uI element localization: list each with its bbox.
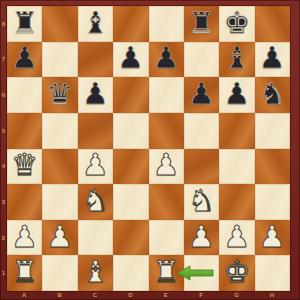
square-e2[interactable] [149, 220, 184, 256]
square-g4[interactable] [219, 149, 254, 185]
square-a6[interactable] [7, 77, 42, 113]
square-a1[interactable]: ♜ [7, 255, 42, 291]
rank-label-8: 8 [0, 21, 7, 27]
square-e3[interactable] [149, 184, 184, 220]
square-d4[interactable] [113, 149, 148, 185]
white-rook[interactable]: ♜ [11, 257, 38, 287]
square-b5[interactable] [42, 113, 77, 149]
square-d2[interactable] [113, 220, 148, 256]
square-g3[interactable] [219, 184, 254, 220]
square-e8[interactable] [149, 6, 184, 42]
rank-label-2: 2 [0, 235, 7, 241]
file-label-h: H [255, 292, 290, 299]
square-h1[interactable] [255, 255, 290, 291]
white-pawn[interactable]: ♟ [82, 150, 109, 180]
last-move-arrow [176, 265, 214, 281]
black-pawn[interactable]: ♟ [82, 79, 109, 109]
square-c1[interactable]: ♝ [78, 255, 113, 291]
square-d7[interactable]: ♟ [113, 42, 148, 78]
square-d5[interactable] [113, 113, 148, 149]
chess-board-widget: ♜♝♜♚♟♟♟♝♟♛♟♟♟♞♛♟♟♞♞♟♟♟♟♟♜♝♜♚ 87654321ABC… [0, 0, 300, 300]
square-g2[interactable]: ♟ [219, 220, 254, 256]
black-pawn[interactable]: ♟ [259, 43, 286, 73]
square-e4[interactable]: ♟ [149, 149, 184, 185]
white-pawn[interactable]: ♟ [153, 150, 180, 180]
file-label-c: C [78, 292, 113, 299]
square-e5[interactable] [149, 113, 184, 149]
square-h5[interactable] [255, 113, 290, 149]
square-e7[interactable]: ♟ [149, 42, 184, 78]
square-a3[interactable] [7, 184, 42, 220]
square-f7[interactable] [184, 42, 219, 78]
black-knight[interactable]: ♞ [259, 79, 286, 109]
rank-label-6: 6 [0, 92, 7, 98]
square-a2[interactable]: ♟ [7, 220, 42, 256]
chess-board: ♜♝♜♚♟♟♟♝♟♛♟♟♟♞♛♟♟♞♞♟♟♟♟♟♜♝♜♚ [7, 6, 290, 291]
black-rook[interactable]: ♜ [11, 8, 38, 38]
square-h3[interactable] [255, 184, 290, 220]
black-pawn[interactable]: ♟ [188, 79, 215, 109]
file-label-g: G [219, 292, 254, 299]
white-pawn[interactable]: ♟ [259, 222, 286, 252]
square-c6[interactable]: ♟ [78, 77, 113, 113]
square-a8[interactable]: ♜ [7, 6, 42, 42]
black-bishop[interactable]: ♝ [223, 43, 250, 73]
file-label-d: D [113, 292, 148, 299]
white-pawn[interactable]: ♟ [11, 222, 38, 252]
rank-label-5: 5 [0, 128, 7, 134]
rank-label-3: 3 [0, 199, 7, 205]
rank-label-7: 7 [0, 56, 7, 62]
square-b2[interactable]: ♟ [42, 220, 77, 256]
white-knight[interactable]: ♞ [82, 186, 109, 216]
square-h6[interactable]: ♞ [255, 77, 290, 113]
square-c8[interactable]: ♝ [78, 6, 113, 42]
square-f6[interactable]: ♟ [184, 77, 219, 113]
square-c2[interactable] [78, 220, 113, 256]
square-b6[interactable]: ♛ [42, 77, 77, 113]
black-pawn[interactable]: ♟ [117, 43, 144, 73]
square-h2[interactable]: ♟ [255, 220, 290, 256]
black-bishop[interactable]: ♝ [82, 8, 109, 38]
square-c3[interactable]: ♞ [78, 184, 113, 220]
file-label-b: B [42, 292, 77, 299]
square-a5[interactable] [7, 113, 42, 149]
square-c4[interactable]: ♟ [78, 149, 113, 185]
white-pawn[interactable]: ♟ [188, 222, 215, 252]
square-b1[interactable] [42, 255, 77, 291]
square-a7[interactable]: ♟ [7, 42, 42, 78]
black-king[interactable]: ♚ [223, 8, 250, 38]
black-pawn[interactable]: ♟ [223, 79, 250, 109]
square-e6[interactable] [149, 77, 184, 113]
white-knight[interactable]: ♞ [188, 186, 215, 216]
white-pawn[interactable]: ♟ [47, 222, 74, 252]
square-h7[interactable]: ♟ [255, 42, 290, 78]
square-f3[interactable]: ♞ [184, 184, 219, 220]
black-pawn[interactable]: ♟ [153, 43, 180, 73]
square-f4[interactable] [184, 149, 219, 185]
square-d3[interactable] [113, 184, 148, 220]
square-g6[interactable]: ♟ [219, 77, 254, 113]
square-h4[interactable] [255, 149, 290, 185]
black-rook[interactable]: ♜ [188, 8, 215, 38]
square-c7[interactable] [78, 42, 113, 78]
white-bishop[interactable]: ♝ [82, 257, 109, 287]
file-label-a: A [7, 292, 42, 299]
square-b4[interactable] [42, 149, 77, 185]
square-a4[interactable]: ♛ [7, 149, 42, 185]
square-f8[interactable]: ♜ [184, 6, 219, 42]
square-d1[interactable] [113, 255, 148, 291]
square-d8[interactable] [113, 6, 148, 42]
square-h8[interactable] [255, 6, 290, 42]
white-pawn[interactable]: ♟ [223, 222, 250, 252]
square-g7[interactable]: ♝ [219, 42, 254, 78]
white-queen[interactable]: ♛ [11, 150, 38, 180]
rank-label-4: 4 [0, 163, 7, 169]
rank-label-1: 1 [0, 270, 7, 276]
square-b3[interactable] [42, 184, 77, 220]
white-king[interactable]: ♚ [223, 257, 250, 287]
black-queen[interactable]: ♛ [47, 79, 74, 109]
square-d6[interactable] [113, 77, 148, 113]
square-g8[interactable]: ♚ [219, 6, 254, 42]
square-g5[interactable] [219, 113, 254, 149]
file-label-f: F [184, 292, 219, 299]
square-b7[interactable] [42, 42, 77, 78]
square-f2[interactable]: ♟ [184, 220, 219, 256]
file-label-e: E [149, 292, 184, 299]
black-pawn[interactable]: ♟ [11, 43, 38, 73]
square-f5[interactable] [184, 113, 219, 149]
square-c5[interactable] [78, 113, 113, 149]
square-g1[interactable]: ♚ [219, 255, 254, 291]
square-b8[interactable] [42, 6, 77, 42]
